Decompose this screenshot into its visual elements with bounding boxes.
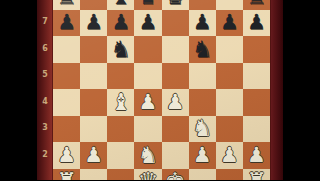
- square-f1[interactable]: [189, 169, 216, 181]
- square-e7[interactable]: [162, 10, 189, 37]
- square-h1[interactable]: ♜: [243, 169, 270, 181]
- square-c3[interactable]: [107, 116, 134, 143]
- square-b2[interactable]: ♟: [80, 142, 107, 169]
- piece-white-king[interactable]: ♚: [165, 170, 186, 180]
- piece-white-knight[interactable]: ♞: [192, 117, 213, 140]
- square-g8[interactable]: [216, 0, 243, 10]
- square-f2[interactable]: ♟: [189, 142, 216, 169]
- piece-black-pawn[interactable]: ♟: [139, 12, 158, 33]
- square-h2[interactable]: ♟: [243, 142, 270, 169]
- piece-black-pawn[interactable]: ♟: [57, 12, 76, 33]
- rank-label-3: 3: [37, 115, 53, 142]
- piece-white-pawn[interactable]: ♟: [220, 145, 239, 166]
- piece-white-bishop[interactable]: ♝: [111, 91, 132, 114]
- square-a8[interactable]: ♜: [53, 0, 80, 10]
- square-h8[interactable]: ♜: [243, 0, 270, 10]
- square-g6[interactable]: [216, 36, 243, 63]
- piece-white-queen[interactable]: ♛: [138, 170, 159, 180]
- square-d1[interactable]: ♛: [134, 169, 161, 181]
- square-f8[interactable]: [189, 0, 216, 10]
- piece-black-pawn[interactable]: ♟: [220, 12, 239, 33]
- square-d2[interactable]: ♞: [134, 142, 161, 169]
- square-d5[interactable]: [134, 63, 161, 90]
- rank-label-6: 6: [37, 36, 53, 63]
- square-b8[interactable]: [80, 0, 107, 10]
- square-c6[interactable]: ♞: [107, 36, 134, 63]
- square-b4[interactable]: [80, 89, 107, 116]
- piece-black-pawn[interactable]: ♟: [193, 12, 212, 33]
- square-f4[interactable]: [189, 89, 216, 116]
- square-h7[interactable]: ♟: [243, 10, 270, 37]
- piece-white-pawn[interactable]: ♟: [193, 145, 212, 166]
- piece-black-pawn[interactable]: ♟: [84, 12, 103, 33]
- piece-black-king[interactable]: ♚: [165, 0, 186, 8]
- square-g4[interactable]: [216, 89, 243, 116]
- square-a5[interactable]: [53, 63, 80, 90]
- piece-black-knight[interactable]: ♞: [192, 38, 213, 61]
- square-e2[interactable]: [162, 142, 189, 169]
- piece-black-pawn[interactable]: ♟: [247, 12, 266, 33]
- square-h5[interactable]: [243, 63, 270, 90]
- square-c1[interactable]: [107, 169, 134, 181]
- square-d6[interactable]: [134, 36, 161, 63]
- chess-board[interactable]: ♜♝♛♚♜♟♟♟♟♟♟♟♞♞♝♟♟♞♟♟♞♟♟♟♜♛♚♜: [53, 0, 270, 180]
- piece-white-pawn[interactable]: ♟: [84, 145, 103, 166]
- square-e4[interactable]: ♟: [162, 89, 189, 116]
- square-b1[interactable]: [80, 169, 107, 181]
- square-c2[interactable]: [107, 142, 134, 169]
- square-d4[interactable]: ♟: [134, 89, 161, 116]
- square-f7[interactable]: ♟: [189, 10, 216, 37]
- rank-label-5: 5: [37, 62, 53, 89]
- square-g2[interactable]: ♟: [216, 142, 243, 169]
- piece-black-knight[interactable]: ♞: [111, 38, 132, 61]
- square-e6[interactable]: [162, 36, 189, 63]
- rank-label-4: 4: [37, 89, 53, 116]
- square-e8[interactable]: ♚: [162, 0, 189, 10]
- piece-black-bishop[interactable]: ♝: [111, 0, 132, 8]
- square-h6[interactable]: [243, 36, 270, 63]
- piece-black-rook[interactable]: ♜: [56, 0, 77, 8]
- piece-white-pawn[interactable]: ♟: [139, 92, 158, 113]
- piece-white-knight[interactable]: ♞: [138, 144, 159, 167]
- square-b6[interactable]: [80, 36, 107, 63]
- square-f6[interactable]: ♞: [189, 36, 216, 63]
- square-a3[interactable]: [53, 116, 80, 143]
- square-a2[interactable]: ♟: [53, 142, 80, 169]
- square-f5[interactable]: [189, 63, 216, 90]
- square-a4[interactable]: [53, 89, 80, 116]
- piece-white-pawn[interactable]: ♟: [57, 145, 76, 166]
- square-d7[interactable]: ♟: [134, 10, 161, 37]
- square-f3[interactable]: ♞: [189, 116, 216, 143]
- square-h3[interactable]: [243, 116, 270, 143]
- square-g5[interactable]: [216, 63, 243, 90]
- square-c8[interactable]: ♝: [107, 0, 134, 10]
- piece-black-queen[interactable]: ♛: [138, 0, 159, 8]
- square-c4[interactable]: ♝: [107, 89, 134, 116]
- square-b5[interactable]: [80, 63, 107, 90]
- rank-label-2: 2: [37, 142, 53, 169]
- square-e3[interactable]: [162, 116, 189, 143]
- square-d3[interactable]: [134, 116, 161, 143]
- square-g1[interactable]: [216, 169, 243, 181]
- piece-white-rook[interactable]: ♜: [246, 170, 267, 180]
- piece-black-pawn[interactable]: ♟: [111, 12, 130, 33]
- square-a7[interactable]: ♟: [53, 10, 80, 37]
- square-b7[interactable]: ♟: [80, 10, 107, 37]
- square-e5[interactable]: [162, 63, 189, 90]
- square-e1[interactable]: ♚: [162, 169, 189, 181]
- square-h4[interactable]: [243, 89, 270, 116]
- piece-black-rook[interactable]: ♜: [246, 0, 267, 8]
- video-frame: ♜♝♛♚♜♟♟♟♟♟♟♟♞♞♝♟♟♞♟♟♞♟♟♟♜♛♚♜ 7 6 5 4 3 2: [0, 0, 320, 180]
- square-c5[interactable]: [107, 63, 134, 90]
- square-g3[interactable]: [216, 116, 243, 143]
- square-a6[interactable]: [53, 36, 80, 63]
- piece-white-pawn[interactable]: ♟: [247, 145, 266, 166]
- square-g7[interactable]: ♟: [216, 10, 243, 37]
- square-c7[interactable]: ♟: [107, 10, 134, 37]
- piece-white-pawn[interactable]: ♟: [166, 92, 185, 113]
- square-a1[interactable]: ♜: [53, 169, 80, 181]
- rank-label-7: 7: [37, 9, 53, 36]
- square-d8[interactable]: ♛: [134, 0, 161, 10]
- piece-white-rook[interactable]: ♜: [56, 170, 77, 180]
- square-b3[interactable]: [80, 116, 107, 143]
